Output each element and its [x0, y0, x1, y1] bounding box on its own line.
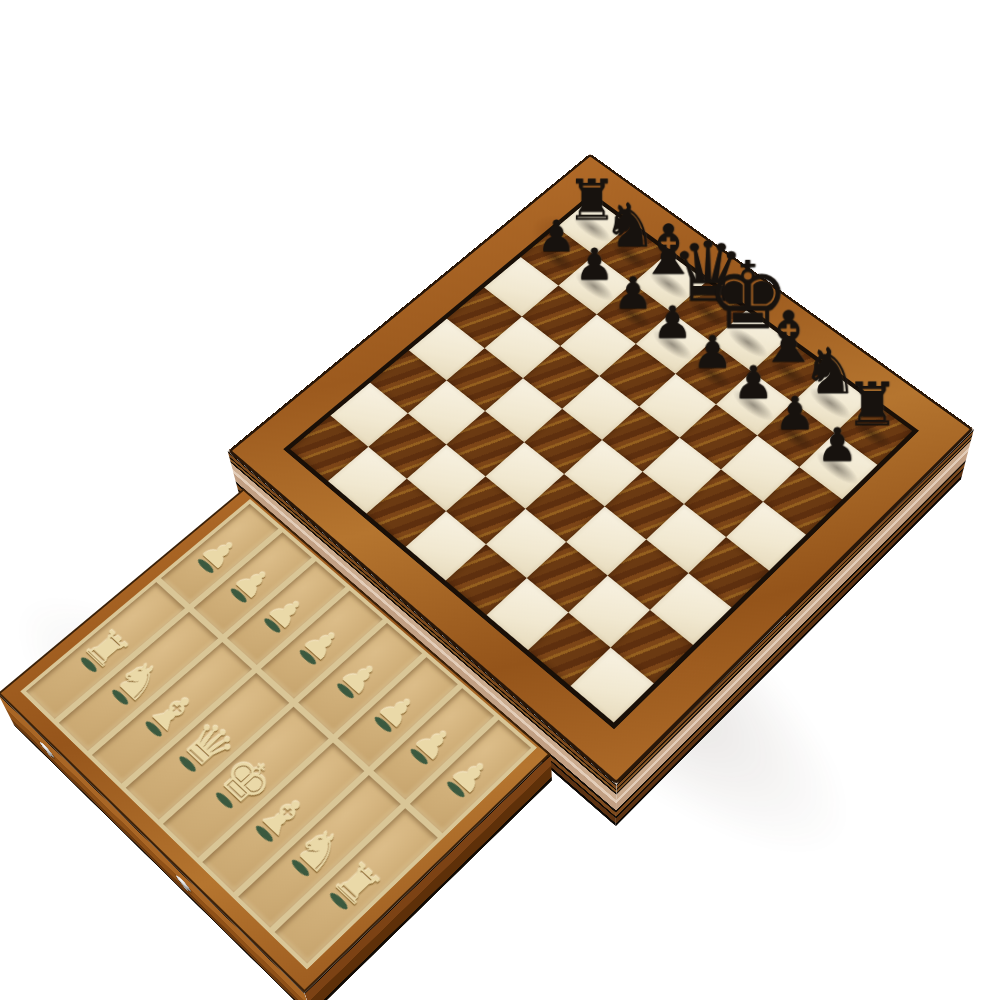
drawer-slot-outer-5: ♚ — [163, 707, 328, 858]
white-pawn-icon[interactable]: ♟ — [227, 560, 279, 605]
drawer-slot-inner-1: ♟ — [161, 504, 279, 605]
white-queen-icon[interactable]: ♛ — [172, 712, 246, 779]
drawer-slot-inner-3: ♟ — [227, 561, 346, 665]
white-pawn-icon[interactable]: ♟ — [194, 531, 245, 575]
white-pawn-icon[interactable]: ♟ — [261, 590, 313, 636]
drawer-slot-outer-6: ♝ — [202, 742, 364, 892]
white-pawn-icon[interactable]: ♟ — [371, 687, 424, 735]
white-pawn-icon[interactable]: ♟ — [334, 654, 387, 702]
white-knight-icon[interactable]: ♞ — [106, 650, 173, 710]
white-king-icon[interactable]: ♚ — [208, 745, 286, 816]
drawer-slot-outer-7: ♞ — [238, 775, 401, 928]
drawer-knob-icon[interactable] — [174, 872, 192, 894]
white-pawn-icon[interactable]: ♟ — [444, 751, 498, 801]
black-pawn-icon: ♟ — [776, 421, 897, 467]
drawer-knob-icon[interactable] — [38, 739, 56, 761]
white-bishop-icon[interactable]: ♝ — [139, 681, 207, 742]
product-photo-scene: ♟♟♟♟♟♟♟♟♜♞♝♛♚♝♞♜ ♜♞♝♛♚♝♞♜♟♟♟♟♟♟♟♟ — [0, 0, 1000, 1000]
drawer-slot-inner-2: ♟ — [194, 532, 312, 634]
drawer-slot-inner-7: ♟ — [373, 688, 494, 800]
chess-case: ♟♟♟♟♟♟♟♟♜♞♝♛♚♝♞♜ ♜♞♝♛♚♝♞♜♟♟♟♟♟♟♟♟ — [228, 154, 974, 785]
drawer-slot-outer-4: ♛ — [126, 673, 289, 820]
drawer-slot-inner-4: ♟ — [261, 591, 383, 699]
white-bishop-icon[interactable]: ♝ — [249, 784, 319, 849]
white-pawn-icon[interactable]: ♟ — [407, 718, 461, 767]
drawer-slot-outer-2: ♞ — [59, 612, 219, 751]
white-rook-icon[interactable]: ♜ — [76, 622, 137, 676]
drawer-slot-inner-6: ♟ — [337, 657, 457, 767]
drawer-compartments: ♟♟♟♟♟♟♟♟♜♞♝♛♚♝♞♜ — [20, 499, 537, 970]
drawer-slot-outer-3: ♝ — [92, 642, 252, 784]
drawer-slot-inner-5: ♟ — [298, 623, 422, 734]
white-rook-icon[interactable]: ♜ — [325, 854, 390, 915]
white-knight-icon[interactable]: ♞ — [285, 817, 355, 883]
white-pawn-icon[interactable]: ♟ — [296, 621, 349, 668]
